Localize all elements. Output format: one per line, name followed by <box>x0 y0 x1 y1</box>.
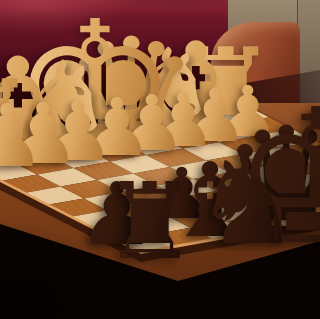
white-pawn-b2: ♟ <box>1 93 85 177</box>
black-pawn-a7: ♟ <box>74 171 160 257</box>
white-pawn-g2: ♟ <box>179 80 252 153</box>
black-bishop-b8: ♝ <box>159 150 262 253</box>
white-bishop-b1: ♝ <box>0 40 88 180</box>
black-rook-a8: ♜ <box>97 169 202 274</box>
white-rook-h1: ♜ <box>168 33 284 149</box>
white-pawn-f2: ♟ <box>146 84 220 158</box>
white-rook-a1: ♜ <box>0 65 43 184</box>
white-knight-f1: ♞ <box>99 32 229 162</box>
black-knight-c8: ♞ <box>186 141 308 263</box>
white-king-d1: ♚ <box>2 0 188 183</box>
white-pawn-d2: ♟ <box>77 88 157 168</box>
black-queen-d8: ♛ <box>214 108 320 252</box>
white-bishop-g1: ♝ <box>130 25 262 157</box>
chess-photo-scene: ♜♝♟♞♟♛♟♚♟♝♞♟♟♜♟♟♟♛♝♚♞♟♜ <box>0 0 320 319</box>
white-queen-e1: ♛ <box>54 18 208 172</box>
black-pawn-b7: ♟ <box>147 159 217 229</box>
pieces-layer: ♜♝♟♞♟♛♟♚♟♝♞♟♟♜♟♟♟♛♝♚♞♟♜ <box>0 0 320 319</box>
white-pawn-h2: ♟ <box>213 77 283 147</box>
white-pawn-e2: ♟ <box>114 86 191 163</box>
white-pawn-c2: ♟ <box>37 91 119 173</box>
black-king-e8: ♚ <box>223 85 320 271</box>
white-knight-c1: ♞ <box>0 44 126 179</box>
white-pawn-a2: ♟ <box>0 93 50 179</box>
